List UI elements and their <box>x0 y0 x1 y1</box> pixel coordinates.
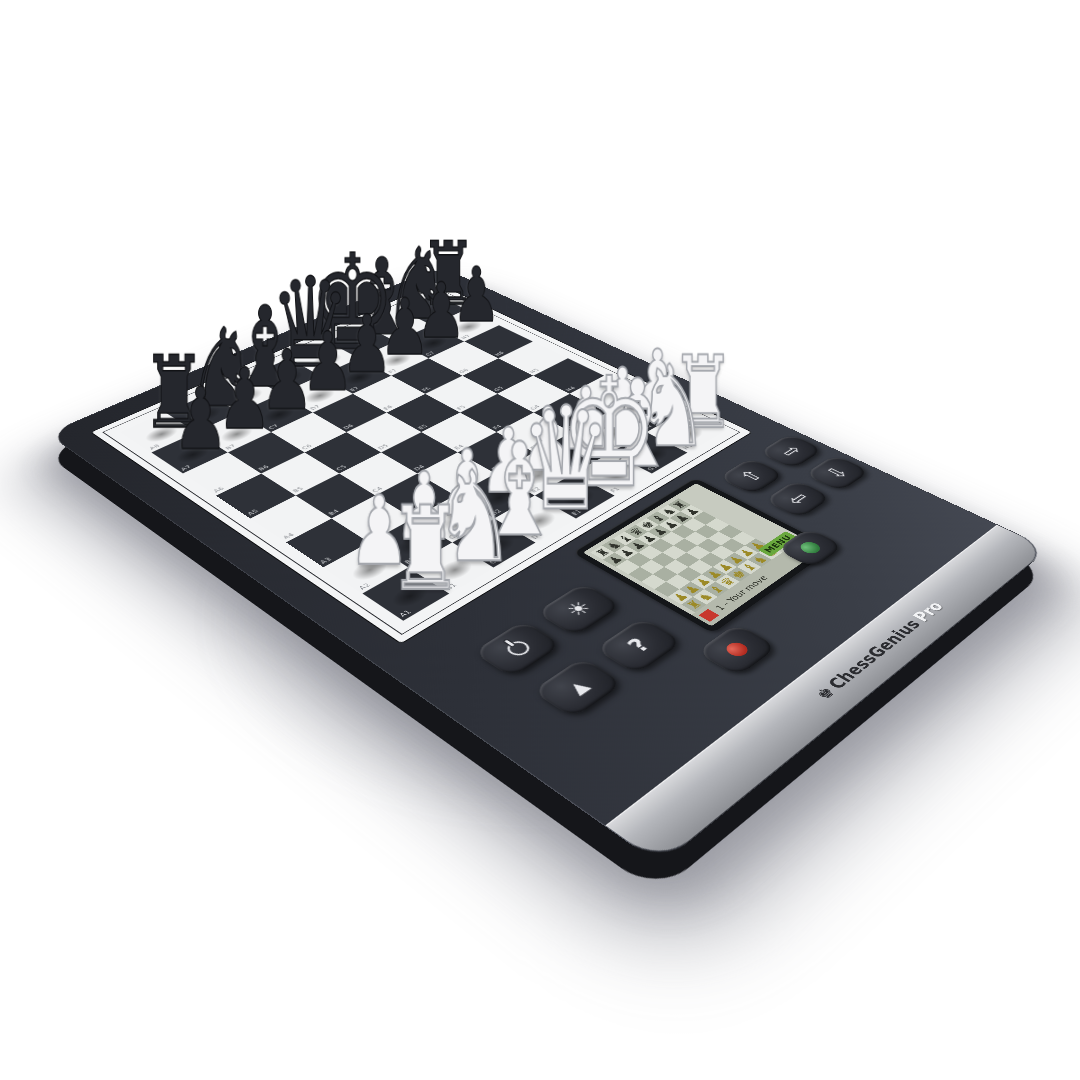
lcd-piece: ♟ <box>670 590 691 603</box>
lcd-piece: ♟ <box>736 547 756 559</box>
left-arrow-key[interactable]: ⇦ <box>764 480 832 519</box>
left-arrow-icon: ⇦ <box>782 490 814 508</box>
lcd-square <box>641 574 666 589</box>
ok-key[interactable] <box>776 528 844 569</box>
square-coordinate-label: B5 <box>291 486 305 494</box>
lcd-square <box>706 518 729 532</box>
up-arrow-icon: ⇧ <box>736 467 767 484</box>
piece-black-p-a7[interactable]: ♟ <box>173 402 228 459</box>
triangle-icon: ▲ <box>564 678 592 697</box>
clear-key[interactable] <box>696 623 778 676</box>
square-coordinate-label: C6 <box>300 443 313 450</box>
down-arrow-icon: ⇩ <box>822 464 853 481</box>
power-key[interactable] <box>473 620 562 677</box>
lcd-piece: ♜ <box>670 499 689 510</box>
chess-computer: A8♜B8♞C8♝D8♛E8♚F8♝G8♞H8♜A7♟B7♟C7♟D7♟E7♟F… <box>47 266 1050 865</box>
power-icon <box>502 638 533 658</box>
lcd-square: ♜ <box>668 498 691 511</box>
help-key[interactable]: ? <box>595 617 683 674</box>
down-arrow-key[interactable]: ⇩ <box>804 455 870 492</box>
square-coordinate-label: A5 <box>246 508 260 516</box>
play-key[interactable]: ▲ <box>532 657 624 718</box>
square-coordinate-label: E5 <box>417 424 430 431</box>
square-coordinate-label: C5 <box>335 464 349 471</box>
lcd-square: ♜ <box>590 545 614 559</box>
lcd-red-indicator <box>699 609 720 622</box>
question-icon: ? <box>623 635 654 655</box>
stage: A8♜B8♞C8♝D8♛E8♚F8♝G8♞H8♜A7♟B7♟C7♟D7♟E7♟F… <box>0 0 1080 1080</box>
square-coordinate-label: B6 <box>257 464 271 471</box>
right-arrow-icon: ⇨ <box>776 443 806 459</box>
square-coordinate-label: G6 <box>458 368 471 374</box>
up-arrow-key[interactable]: ⇧ <box>718 458 784 495</box>
right-arrow-key[interactable]: ⇨ <box>759 434 824 469</box>
light-key[interactable]: ☀ <box>536 583 622 637</box>
light-icon: ☀ <box>561 598 597 620</box>
clear-key-red-dot <box>722 640 751 659</box>
piece-white-r-a1[interactable]: ♜ <box>388 525 450 602</box>
product-photo-scene: A8♜B8♞C8♝D8♛E8♚F8♝G8♞H8♜A7♟B7♟C7♟D7♟E7♟F… <box>0 0 1080 1080</box>
